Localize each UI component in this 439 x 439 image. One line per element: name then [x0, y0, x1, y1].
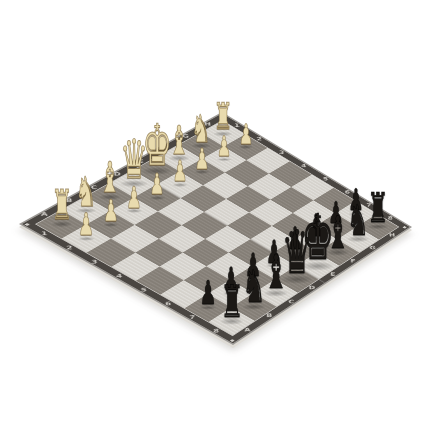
piece-shadow-h2: [238, 145, 253, 149]
file-label-left-F-text: F: [161, 147, 167, 152]
rank-label-top-1-text: 1: [235, 123, 241, 128]
file-label-right-F-text: F: [350, 259, 355, 264]
file-label-left-G-text: G: [182, 134, 189, 139]
rank-label-top-3-text: 3: [279, 150, 285, 155]
file-label-left-E-text: E: [138, 159, 144, 164]
corner-marker-0-text: ◆: [220, 115, 225, 119]
piece-shadow-a1: [51, 221, 72, 227]
rank-label-top-4-text: 4: [301, 164, 307, 169]
file-label-right-A-text: A: [244, 328, 250, 333]
rank-label-top-8-text: 8: [388, 216, 393, 221]
file-label-right-D-text: D: [309, 286, 316, 291]
piece-shadow-g2: [217, 158, 232, 162]
corner-marker-1-text: ◆: [403, 225, 407, 228]
piece-shadow-h8: [367, 224, 388, 230]
rank-label-bottom-4-text: 4: [117, 274, 123, 279]
file-label-left-C-text: C: [90, 185, 96, 190]
chess-board: 11HH22GG33FF44EE55DD66CC77BB88AA◆◆◆◆: [19, 112, 412, 345]
file-label-right-B-text: B: [266, 313, 272, 318]
rank-label-bottom-6-text: 6: [166, 301, 172, 306]
rank-label-bottom-2-text: 2: [67, 245, 73, 250]
file-label-left-B-text: B: [66, 199, 73, 204]
rank-label-bottom-1-text: 1: [42, 231, 48, 236]
piece-shadow-h7: [348, 212, 364, 216]
file-label-right-C-text: C: [288, 299, 294, 304]
rank-label-top-5-text: 5: [323, 177, 328, 182]
piece-shadow-b2: [103, 223, 119, 227]
file-label-right-G-text: G: [370, 246, 376, 251]
piece-shadow-d1: [119, 180, 147, 188]
piece-shadow-c1: [99, 194, 121, 200]
file-label-right-E-text: E: [330, 272, 335, 277]
file-label-right-H-text: H: [389, 233, 395, 238]
rank-label-bottom-8-text: 8: [214, 329, 220, 334]
rank-label-top-2-text: 2: [257, 137, 263, 142]
piece-shadow-g8: [347, 237, 369, 243]
piece-shadow-a7: [200, 306, 217, 311]
piece-shadow-c8: [263, 290, 287, 297]
piece-shadow-e8: [301, 261, 334, 270]
rank-label-top-7-text: 7: [367, 203, 372, 208]
piece-shadow-b1: [75, 208, 96, 214]
rank-label-top-6-text: 6: [345, 190, 350, 195]
file-label-left-D-text: D: [114, 172, 121, 177]
piece-shadow-f1: [169, 155, 190, 161]
chessboard-product-photo: 11HH22GG33FF44EE55DD66CC77BB88AA◆◆◆◆ ♜♞♝…: [0, 0, 439, 439]
rank-label-bottom-7-text: 7: [190, 315, 196, 320]
rank-label-bottom-5-text: 5: [141, 288, 147, 293]
file-label-left-H-text: H: [204, 122, 211, 127]
rank-label-bottom-3-text: 3: [92, 260, 98, 265]
playing-field: [36, 121, 398, 336]
corner-marker-3-text: ◆: [230, 338, 235, 342]
file-label-left-A-text: A: [41, 212, 48, 217]
piece-shadow-g7: [328, 224, 344, 228]
piece-shadow-e1: [142, 167, 172, 175]
piece-shadow-c2: [126, 209, 142, 213]
corner-marker-2-text: ◆: [25, 222, 30, 226]
